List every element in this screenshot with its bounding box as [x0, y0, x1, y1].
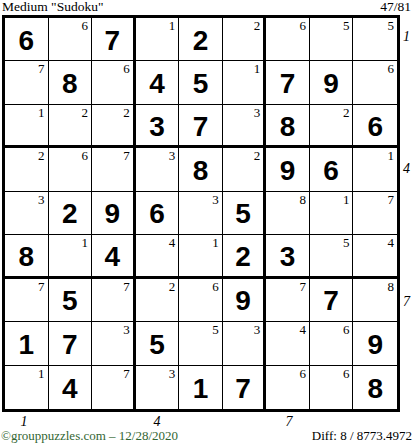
difficulty-text: Diff: 8 / 8773.4972	[312, 429, 412, 443]
cell-r6c5[interactable]: 1	[179, 235, 223, 278]
pencil-mark: 3	[254, 106, 261, 119]
digit: 6	[18, 24, 34, 55]
cell-r3c8[interactable]: 2	[310, 105, 354, 148]
pencil-mark: 5	[343, 19, 350, 32]
pencil-mark: 4	[169, 236, 176, 249]
cell-r6c4[interactable]: 4	[136, 235, 180, 278]
pencil-mark: 2	[38, 149, 45, 162]
digit: 7	[62, 328, 78, 359]
cell-r5c7[interactable]: 8	[266, 192, 310, 235]
pencil-mark: 7	[123, 149, 130, 162]
pencil-mark: 8	[299, 193, 306, 206]
cell-r3c4[interactable]: 3	[136, 105, 180, 148]
cell-r1c9[interactable]: 5	[353, 18, 397, 61]
cell-r8c6[interactable]: 3	[223, 322, 267, 365]
cell-r1c4[interactable]: 1	[136, 18, 180, 61]
digit: 1	[18, 328, 34, 359]
remaining-counter: 47/81	[380, 0, 411, 13]
digit: 6	[367, 110, 383, 141]
pencil-mark: 2	[82, 106, 89, 119]
cell-r2c9[interactable]: 6	[353, 61, 397, 104]
cell-r4c1[interactable]: 2	[5, 148, 49, 191]
cell-r3c7[interactable]: 8	[266, 105, 310, 148]
pencil-mark: 7	[123, 280, 130, 293]
cell-r1c8[interactable]: 5	[310, 18, 354, 61]
cell-r9c6[interactable]: 7	[223, 366, 267, 409]
pencil-mark: 6	[299, 19, 306, 32]
digit: 8	[193, 154, 209, 185]
row-label-4: 4	[403, 162, 412, 176]
sudoku-page: Medium "Sudoku" 47/81 667122655786451796…	[0, 0, 412, 445]
cell-r1c2[interactable]: 6	[49, 18, 93, 61]
digit: 8	[62, 67, 78, 98]
cell-r6c7[interactable]: 3	[266, 235, 310, 278]
digit: 8	[367, 372, 383, 403]
cell-r9c9[interactable]: 8	[353, 366, 397, 409]
cell-r8c9[interactable]: 9	[353, 322, 397, 365]
pencil-mark: 6	[343, 323, 350, 336]
pencil-mark: 7	[299, 280, 306, 293]
digit: 9	[105, 197, 121, 228]
cell-r7c9[interactable]: 8	[353, 279, 397, 322]
cell-r7c4[interactable]: 2	[136, 279, 180, 322]
cell-r9c4[interactable]: 3	[136, 366, 180, 409]
cell-r7c8[interactable]: 7	[310, 279, 354, 322]
cell-r3c1[interactable]: 1	[5, 105, 49, 148]
cell-r5c1[interactable]: 3	[5, 192, 49, 235]
digit: 8	[280, 110, 296, 141]
digit: 4	[105, 240, 121, 271]
cell-r6c6[interactable]: 2	[223, 235, 267, 278]
cell-r6c9[interactable]: 4	[353, 235, 397, 278]
cell-r4c4[interactable]: 3	[136, 148, 180, 191]
cell-r4c5[interactable]: 8	[179, 148, 223, 191]
cell-r5c6[interactable]: 5	[223, 192, 267, 235]
pencil-mark: 5	[388, 19, 395, 32]
cell-r7c5[interactable]: 6	[179, 279, 223, 322]
digit: 7	[105, 24, 121, 55]
pencil-mark: 2	[343, 106, 350, 119]
pencil-mark: 6	[212, 280, 219, 293]
cell-r2c6[interactable]: 1	[223, 61, 267, 104]
pencil-mark: 2	[169, 280, 176, 293]
footer: ©grouppuzzles.com – 12/28/2020 Diff: 8 /…	[1, 429, 412, 444]
cell-r3c5[interactable]: 7	[179, 105, 223, 148]
cell-r9c3[interactable]: 7	[92, 366, 136, 409]
header: Medium "Sudoku" 47/81	[2, 0, 411, 14]
cell-r9c7[interactable]: 6	[266, 366, 310, 409]
cell-r1c6[interactable]: 2	[223, 18, 267, 61]
cell-r3c3[interactable]: 2	[92, 105, 136, 148]
col-label-7: 7	[279, 415, 299, 429]
pencil-mark: 1	[212, 236, 219, 249]
cell-r8c1[interactable]: 1	[5, 322, 49, 365]
cell-r6c2[interactable]: 1	[49, 235, 93, 278]
board-area: 6671226557864517961223738262673829613296…	[0, 15, 412, 445]
cell-r4c6[interactable]: 2	[223, 148, 267, 191]
digit: 6	[323, 154, 339, 185]
pencil-mark: 5	[343, 236, 350, 249]
digit: 9	[323, 67, 339, 98]
pencil-mark: 3	[169, 149, 176, 162]
digit: 6	[149, 197, 165, 228]
cell-r9c8[interactable]: 6	[310, 366, 354, 409]
digit: 4	[149, 67, 165, 98]
digit: 9	[367, 328, 383, 359]
pencil-mark: 2	[254, 19, 261, 32]
digit: 7	[235, 372, 251, 403]
pencil-mark: 5	[212, 323, 219, 336]
pencil-mark: 4	[299, 323, 306, 336]
cell-r5c8[interactable]: 1	[310, 192, 354, 235]
sudoku-board: 6671226557864517961223738262673829613296…	[2, 15, 400, 412]
cell-r1c5[interactable]: 2	[179, 18, 223, 61]
cell-r8c4[interactable]: 5	[136, 322, 180, 365]
digit: 2	[62, 197, 78, 228]
pencil-mark: 1	[343, 193, 350, 206]
col-label-4: 4	[147, 415, 167, 429]
cell-r5c9[interactable]: 7	[353, 192, 397, 235]
pencil-mark: 6	[82, 19, 89, 32]
digit: 3	[280, 240, 296, 271]
pencil-mark: 7	[388, 193, 395, 206]
cell-r1c1[interactable]: 6	[5, 18, 49, 61]
pencil-mark: 7	[123, 367, 130, 380]
cell-r2c5[interactable]: 5	[179, 61, 223, 104]
cell-r7c7[interactable]: 7	[266, 279, 310, 322]
pencil-mark: 1	[38, 106, 45, 119]
cell-r1c7[interactable]: 6	[266, 18, 310, 61]
pencil-mark: 1	[82, 236, 89, 249]
digit: 3	[149, 110, 165, 141]
cell-r2c1[interactable]: 7	[5, 61, 49, 104]
cell-r1c3[interactable]: 7	[92, 18, 136, 61]
pencil-mark: 7	[38, 62, 45, 75]
page-title: Medium "Sudoku"	[2, 0, 103, 13]
pencil-mark: 2	[254, 149, 261, 162]
row-label-7: 7	[403, 295, 412, 309]
cell-r8c3[interactable]: 3	[92, 322, 136, 365]
digit: 5	[193, 67, 209, 98]
cell-r3c2[interactable]: 2	[49, 105, 93, 148]
cell-r5c3[interactable]: 9	[92, 192, 136, 235]
pencil-mark: 1	[169, 19, 176, 32]
cell-r5c4[interactable]: 6	[136, 192, 180, 235]
cell-r3c6[interactable]: 3	[223, 105, 267, 148]
pencil-mark: 4	[388, 236, 395, 249]
digit: 2	[235, 240, 251, 271]
pencil-mark: 1	[388, 149, 395, 162]
cell-r6c3[interactable]: 4	[92, 235, 136, 278]
pencil-mark: 1	[254, 62, 261, 75]
cell-r2c3[interactable]: 6	[92, 61, 136, 104]
pencil-mark: 3	[123, 323, 130, 336]
cell-r8c2[interactable]: 7	[49, 322, 93, 365]
pencil-mark: 3	[212, 193, 219, 206]
pencil-mark: 1	[38, 367, 45, 380]
digit: 7	[280, 67, 296, 98]
cell-r4c2[interactable]: 6	[49, 148, 93, 191]
digit: 5	[149, 328, 165, 359]
cell-r5c2[interactable]: 2	[49, 192, 93, 235]
cell-r8c7[interactable]: 4	[266, 322, 310, 365]
cell-r9c2[interactable]: 4	[49, 366, 93, 409]
cell-r2c2[interactable]: 8	[49, 61, 93, 104]
pencil-mark: 7	[38, 280, 45, 293]
digit: 4	[62, 372, 78, 403]
cell-r7c3[interactable]: 7	[92, 279, 136, 322]
cell-r4c7[interactable]: 9	[266, 148, 310, 191]
cell-r5c5[interactable]: 3	[179, 192, 223, 235]
digit: 5	[62, 284, 78, 315]
cell-r2c7[interactable]: 7	[266, 61, 310, 104]
copyright-text: ©grouppuzzles.com – 12/28/2020	[1, 429, 178, 443]
digit: 7	[193, 110, 209, 141]
row-label-1: 1	[403, 30, 412, 44]
digit: 9	[280, 154, 296, 185]
pencil-mark: 3	[169, 367, 176, 380]
cell-r7c2[interactable]: 5	[49, 279, 93, 322]
pencil-mark: 2	[123, 106, 130, 119]
cell-r9c5[interactable]: 1	[179, 366, 223, 409]
cell-r6c8[interactable]: 5	[310, 235, 354, 278]
pencil-mark: 8	[388, 280, 395, 293]
pencil-mark: 6	[299, 367, 306, 380]
cell-r4c3[interactable]: 7	[92, 148, 136, 191]
digit: 5	[235, 197, 251, 228]
pencil-mark: 3	[254, 323, 261, 336]
pencil-mark: 6	[388, 62, 395, 75]
col-label-1: 1	[14, 415, 34, 429]
cell-r8c5[interactable]: 5	[179, 322, 223, 365]
cell-r7c6[interactable]: 9	[223, 279, 267, 322]
cell-r3c9[interactable]: 6	[353, 105, 397, 148]
digit: 1	[193, 372, 209, 403]
cell-r7c1[interactable]: 7	[5, 279, 49, 322]
pencil-mark: 6	[123, 62, 130, 75]
cell-r2c4[interactable]: 4	[136, 61, 180, 104]
digit: 7	[323, 284, 339, 315]
cell-r2c8[interactable]: 9	[310, 61, 354, 104]
cell-r4c9[interactable]: 1	[353, 148, 397, 191]
pencil-mark: 6	[82, 149, 89, 162]
cell-r6c1[interactable]: 8	[5, 235, 49, 278]
digit: 8	[18, 240, 34, 271]
cell-r8c8[interactable]: 6	[310, 322, 354, 365]
cell-r9c1[interactable]: 1	[5, 366, 49, 409]
pencil-mark: 3	[38, 193, 45, 206]
cell-r4c8[interactable]: 6	[310, 148, 354, 191]
digit: 2	[193, 24, 209, 55]
digit: 9	[235, 284, 251, 315]
pencil-mark: 6	[343, 367, 350, 380]
